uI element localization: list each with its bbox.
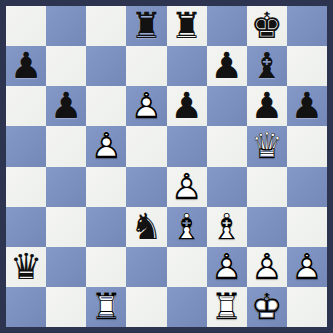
piece-black-pawn[interactable]: ♟ (6, 46, 46, 86)
piece-white-pawn[interactable]: ♟♙ (247, 247, 287, 287)
bishop-glyph-outline: ♗ (167, 207, 207, 247)
square-f7[interactable]: ♟ (207, 46, 247, 86)
pawn-glyph: ♟ (6, 46, 46, 86)
square-b4[interactable] (46, 167, 86, 207)
square-d5[interactable] (126, 126, 166, 166)
square-f5[interactable] (207, 126, 247, 166)
pawn-glyph-fill: ♟ (207, 247, 247, 287)
square-d7[interactable] (126, 46, 166, 86)
pawn-glyph-outline: ♙ (207, 247, 247, 287)
square-a5[interactable] (6, 126, 46, 166)
bishop-glyph: ♝ (247, 46, 287, 86)
piece-black-rook[interactable]: ♜ (167, 6, 207, 46)
square-b3[interactable] (46, 207, 86, 247)
piece-black-pawn[interactable]: ♟ (247, 86, 287, 126)
square-d3[interactable]: ♞ (126, 207, 166, 247)
chess-board-frame: ♜♜♚♟♟♝♟♟♙♟♟♟♟♙♛♕♟♙♞♝♗♝♗♛♟♙♟♙♟♙♜♖♜♖♚♔ (0, 0, 333, 333)
pawn-glyph-fill: ♟ (86, 126, 126, 166)
piece-black-pawn[interactable]: ♟ (167, 86, 207, 126)
square-b7[interactable] (46, 46, 86, 86)
pawn-glyph: ♟ (167, 86, 207, 126)
rook-glyph-fill: ♜ (207, 287, 247, 327)
pawn-glyph-fill: ♟ (247, 247, 287, 287)
queen-glyph: ♛ (6, 247, 46, 287)
rook-glyph: ♜ (126, 6, 166, 46)
square-d1[interactable] (126, 287, 166, 327)
square-c3[interactable] (86, 207, 126, 247)
square-d8[interactable]: ♜ (126, 6, 166, 46)
square-h6[interactable]: ♟ (287, 86, 327, 126)
square-f6[interactable] (207, 86, 247, 126)
square-h1[interactable] (287, 287, 327, 327)
square-c8[interactable] (86, 6, 126, 46)
queen-glyph-fill: ♛ (247, 126, 287, 166)
piece-white-rook[interactable]: ♜♖ (207, 287, 247, 327)
bishop-glyph-fill: ♝ (167, 207, 207, 247)
piece-black-queen[interactable]: ♛ (6, 247, 46, 287)
piece-black-bishop[interactable]: ♝ (247, 46, 287, 86)
king-glyph: ♚ (247, 6, 287, 46)
piece-white-king[interactable]: ♚♔ (247, 287, 287, 327)
square-h8[interactable] (287, 6, 327, 46)
square-e2[interactable] (167, 247, 207, 287)
rook-glyph-outline: ♖ (207, 287, 247, 327)
piece-white-pawn[interactable]: ♟♙ (167, 167, 207, 207)
king-glyph-outline: ♔ (247, 287, 287, 327)
knight-glyph: ♞ (126, 207, 166, 247)
pawn-glyph: ♟ (287, 86, 327, 126)
square-b5[interactable] (46, 126, 86, 166)
king-glyph-fill: ♚ (247, 287, 287, 327)
pawn-glyph-outline: ♙ (86, 126, 126, 166)
piece-black-pawn[interactable]: ♟ (207, 46, 247, 86)
square-g7[interactable]: ♝ (247, 46, 287, 86)
square-h2[interactable]: ♟♙ (287, 247, 327, 287)
piece-white-bishop[interactable]: ♝♗ (207, 207, 247, 247)
piece-white-pawn[interactable]: ♟♙ (126, 86, 166, 126)
piece-white-bishop[interactable]: ♝♗ (167, 207, 207, 247)
square-a2[interactable]: ♛ (6, 247, 46, 287)
square-d6[interactable]: ♟♙ (126, 86, 166, 126)
pawn-glyph-outline: ♙ (247, 247, 287, 287)
piece-white-rook[interactable]: ♜♖ (86, 287, 126, 327)
pawn-glyph-outline: ♙ (126, 86, 166, 126)
square-f8[interactable] (207, 6, 247, 46)
square-g6[interactable]: ♟ (247, 86, 287, 126)
square-e1[interactable] (167, 287, 207, 327)
square-g8[interactable]: ♚ (247, 6, 287, 46)
square-d4[interactable] (126, 167, 166, 207)
square-c4[interactable] (86, 167, 126, 207)
square-g5[interactable]: ♛♕ (247, 126, 287, 166)
square-f1[interactable]: ♜♖ (207, 287, 247, 327)
square-a6[interactable] (6, 86, 46, 126)
bishop-glyph-fill: ♝ (207, 207, 247, 247)
pawn-glyph-outline: ♙ (167, 167, 207, 207)
piece-black-pawn[interactable]: ♟ (46, 86, 86, 126)
pawn-glyph: ♟ (207, 46, 247, 86)
square-c6[interactable] (86, 86, 126, 126)
square-g3[interactable] (247, 207, 287, 247)
piece-black-rook[interactable]: ♜ (126, 6, 166, 46)
pawn-glyph-outline: ♙ (287, 247, 327, 287)
piece-white-queen[interactable]: ♛♕ (247, 126, 287, 166)
square-e8[interactable]: ♜ (167, 6, 207, 46)
rook-glyph-fill: ♜ (86, 287, 126, 327)
square-e5[interactable] (167, 126, 207, 166)
rook-glyph: ♜ (167, 6, 207, 46)
piece-white-pawn[interactable]: ♟♙ (207, 247, 247, 287)
square-g2[interactable]: ♟♙ (247, 247, 287, 287)
square-h3[interactable] (287, 207, 327, 247)
square-a4[interactable] (6, 167, 46, 207)
square-f2[interactable]: ♟♙ (207, 247, 247, 287)
pawn-glyph: ♟ (247, 86, 287, 126)
square-e7[interactable] (167, 46, 207, 86)
queen-glyph-outline: ♕ (247, 126, 287, 166)
square-h5[interactable] (287, 126, 327, 166)
square-a7[interactable]: ♟ (6, 46, 46, 86)
piece-black-pawn[interactable]: ♟ (287, 86, 327, 126)
square-f4[interactable] (207, 167, 247, 207)
square-g1[interactable]: ♚♔ (247, 287, 287, 327)
bishop-glyph-outline: ♗ (207, 207, 247, 247)
square-g4[interactable] (247, 167, 287, 207)
square-c2[interactable] (86, 247, 126, 287)
square-a3[interactable] (6, 207, 46, 247)
square-b8[interactable] (46, 6, 86, 46)
rook-glyph-outline: ♖ (86, 287, 126, 327)
square-e6[interactable]: ♟ (167, 86, 207, 126)
piece-black-king[interactable]: ♚ (247, 6, 287, 46)
pawn-glyph: ♟ (46, 86, 86, 126)
piece-white-pawn[interactable]: ♟♙ (86, 126, 126, 166)
square-e4[interactable]: ♟♙ (167, 167, 207, 207)
pawn-glyph-fill: ♟ (126, 86, 166, 126)
pawn-glyph-fill: ♟ (167, 167, 207, 207)
square-a8[interactable] (6, 6, 46, 46)
chess-board: ♜♜♚♟♟♝♟♟♙♟♟♟♟♙♛♕♟♙♞♝♗♝♗♛♟♙♟♙♟♙♜♖♜♖♚♔ (6, 6, 327, 327)
square-c1[interactable]: ♜♖ (86, 287, 126, 327)
square-e3[interactable]: ♝♗ (167, 207, 207, 247)
square-d2[interactable] (126, 247, 166, 287)
square-c5[interactable]: ♟♙ (86, 126, 126, 166)
square-b2[interactable] (46, 247, 86, 287)
piece-black-knight[interactable]: ♞ (126, 207, 166, 247)
square-c7[interactable] (86, 46, 126, 86)
piece-white-pawn[interactable]: ♟♙ (287, 247, 327, 287)
pawn-glyph-fill: ♟ (287, 247, 327, 287)
square-f3[interactable]: ♝♗ (207, 207, 247, 247)
square-b1[interactable] (46, 287, 86, 327)
square-h4[interactable] (287, 167, 327, 207)
square-a1[interactable] (6, 287, 46, 327)
square-b6[interactable]: ♟ (46, 86, 86, 126)
square-h7[interactable] (287, 46, 327, 86)
